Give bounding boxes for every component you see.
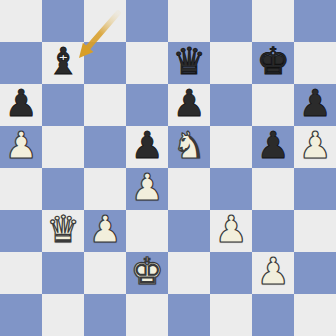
square-h6[interactable]: ♟ bbox=[294, 84, 336, 126]
chess-board: ♝♛♚♟♟♟♟♟♞♟♟♟♛♟♟♚♟ bbox=[0, 0, 336, 336]
square-g8[interactable] bbox=[252, 0, 294, 42]
square-f8[interactable] bbox=[210, 0, 252, 42]
square-d7[interactable] bbox=[126, 42, 168, 84]
square-b1[interactable] bbox=[42, 294, 84, 336]
square-a7[interactable] bbox=[0, 42, 42, 84]
black-pawn-g5[interactable]: ♟ bbox=[256, 126, 289, 167]
square-e6[interactable]: ♟ bbox=[168, 84, 210, 126]
square-b6[interactable] bbox=[42, 84, 84, 126]
white-knight-e5[interactable]: ♞ bbox=[172, 126, 205, 167]
square-e7[interactable]: ♛ bbox=[168, 42, 210, 84]
white-pawn-d4[interactable]: ♟ bbox=[130, 168, 163, 209]
square-f6[interactable] bbox=[210, 84, 252, 126]
square-c5[interactable] bbox=[84, 126, 126, 168]
square-b8[interactable] bbox=[42, 0, 84, 42]
square-f4[interactable] bbox=[210, 168, 252, 210]
black-queen-e7[interactable]: ♛ bbox=[172, 42, 205, 83]
black-pawn-e6[interactable]: ♟ bbox=[172, 84, 205, 125]
square-h5[interactable]: ♟ bbox=[294, 126, 336, 168]
square-b5[interactable] bbox=[42, 126, 84, 168]
square-d4[interactable]: ♟ bbox=[126, 168, 168, 210]
square-e3[interactable] bbox=[168, 210, 210, 252]
square-c8[interactable] bbox=[84, 0, 126, 42]
square-h7[interactable] bbox=[294, 42, 336, 84]
square-d3[interactable] bbox=[126, 210, 168, 252]
square-b3[interactable]: ♛ bbox=[42, 210, 84, 252]
square-a1[interactable] bbox=[0, 294, 42, 336]
square-g1[interactable] bbox=[252, 294, 294, 336]
square-g4[interactable] bbox=[252, 168, 294, 210]
square-b4[interactable] bbox=[42, 168, 84, 210]
square-f3[interactable]: ♟ bbox=[210, 210, 252, 252]
square-e4[interactable] bbox=[168, 168, 210, 210]
square-a4[interactable] bbox=[0, 168, 42, 210]
square-b7[interactable]: ♝ bbox=[42, 42, 84, 84]
white-queen-b3[interactable]: ♛ bbox=[46, 210, 79, 251]
black-king-g7[interactable]: ♚ bbox=[256, 42, 289, 83]
square-d5[interactable]: ♟ bbox=[126, 126, 168, 168]
white-pawn-h5[interactable]: ♟ bbox=[298, 126, 331, 167]
square-e5[interactable]: ♞ bbox=[168, 126, 210, 168]
square-a8[interactable] bbox=[0, 0, 42, 42]
square-d8[interactable] bbox=[126, 0, 168, 42]
square-c2[interactable] bbox=[84, 252, 126, 294]
square-d1[interactable] bbox=[126, 294, 168, 336]
square-h3[interactable] bbox=[294, 210, 336, 252]
square-h2[interactable] bbox=[294, 252, 336, 294]
black-pawn-d5[interactable]: ♟ bbox=[130, 126, 163, 167]
square-g3[interactable] bbox=[252, 210, 294, 252]
square-c1[interactable] bbox=[84, 294, 126, 336]
square-g5[interactable]: ♟ bbox=[252, 126, 294, 168]
square-f1[interactable] bbox=[210, 294, 252, 336]
square-h8[interactable] bbox=[294, 0, 336, 42]
square-f5[interactable] bbox=[210, 126, 252, 168]
black-pawn-a6[interactable]: ♟ bbox=[4, 84, 37, 125]
square-c7[interactable] bbox=[84, 42, 126, 84]
square-f2[interactable] bbox=[210, 252, 252, 294]
black-bishop-b7[interactable]: ♝ bbox=[46, 42, 79, 83]
square-c4[interactable] bbox=[84, 168, 126, 210]
square-c3[interactable]: ♟ bbox=[84, 210, 126, 252]
square-h4[interactable] bbox=[294, 168, 336, 210]
white-king-d2[interactable]: ♚ bbox=[130, 252, 163, 293]
square-g7[interactable]: ♚ bbox=[252, 42, 294, 84]
white-pawn-c3[interactable]: ♟ bbox=[88, 210, 121, 251]
white-pawn-a5[interactable]: ♟ bbox=[4, 126, 37, 167]
square-a2[interactable] bbox=[0, 252, 42, 294]
square-e8[interactable] bbox=[168, 0, 210, 42]
square-g6[interactable] bbox=[252, 84, 294, 126]
square-d6[interactable] bbox=[126, 84, 168, 126]
square-g2[interactable]: ♟ bbox=[252, 252, 294, 294]
square-a5[interactable]: ♟ bbox=[0, 126, 42, 168]
square-a3[interactable] bbox=[0, 210, 42, 252]
square-c6[interactable] bbox=[84, 84, 126, 126]
black-pawn-h6[interactable]: ♟ bbox=[298, 84, 331, 125]
white-pawn-f3[interactable]: ♟ bbox=[214, 210, 247, 251]
square-e1[interactable] bbox=[168, 294, 210, 336]
square-e2[interactable] bbox=[168, 252, 210, 294]
square-b2[interactable] bbox=[42, 252, 84, 294]
board-grid: ♝♛♚♟♟♟♟♟♞♟♟♟♛♟♟♚♟ bbox=[0, 0, 336, 336]
square-f7[interactable] bbox=[210, 42, 252, 84]
square-a6[interactable]: ♟ bbox=[0, 84, 42, 126]
square-h1[interactable] bbox=[294, 294, 336, 336]
white-pawn-g2[interactable]: ♟ bbox=[256, 252, 289, 293]
square-d2[interactable]: ♚ bbox=[126, 252, 168, 294]
